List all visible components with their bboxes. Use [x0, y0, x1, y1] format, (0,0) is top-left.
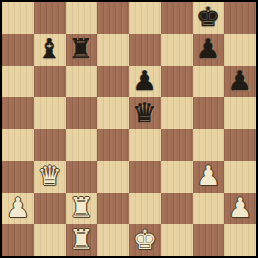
square-d8[interactable]	[97, 2, 129, 34]
square-h8[interactable]	[224, 2, 256, 34]
square-h5[interactable]	[224, 97, 256, 129]
black-bishop-piece[interactable]: ♝	[38, 35, 62, 62]
square-g6[interactable]	[193, 66, 225, 98]
square-c6[interactable]	[66, 66, 98, 98]
square-d1[interactable]	[97, 224, 129, 256]
square-d2[interactable]	[97, 193, 129, 225]
square-c4[interactable]	[66, 129, 98, 161]
square-f1[interactable]	[161, 224, 193, 256]
square-d4[interactable]	[97, 129, 129, 161]
square-h3[interactable]	[224, 161, 256, 193]
square-g4[interactable]	[193, 129, 225, 161]
square-a3[interactable]	[2, 161, 34, 193]
square-g8[interactable]: ♚	[193, 2, 225, 34]
square-h2[interactable]: ♟	[224, 193, 256, 225]
square-f7[interactable]	[161, 34, 193, 66]
square-f8[interactable]	[161, 2, 193, 34]
black-pawn-piece[interactable]: ♟	[133, 67, 157, 94]
square-c5[interactable]	[66, 97, 98, 129]
square-d5[interactable]	[97, 97, 129, 129]
square-c2[interactable]: ♜	[66, 193, 98, 225]
square-f4[interactable]	[161, 129, 193, 161]
chess-board: ♚♝♜♟♟♟♛♛♟♟♜♟♜♚	[0, 0, 258, 258]
square-f2[interactable]	[161, 193, 193, 225]
white-pawn-piece[interactable]: ♟	[6, 194, 30, 221]
square-d6[interactable]	[97, 66, 129, 98]
white-pawn-piece[interactable]: ♟	[228, 194, 252, 221]
square-c1[interactable]: ♜	[66, 224, 98, 256]
square-e4[interactable]	[129, 129, 161, 161]
square-e1[interactable]: ♚	[129, 224, 161, 256]
square-h1[interactable]	[224, 224, 256, 256]
white-rook-piece[interactable]: ♜	[69, 194, 93, 221]
square-b5[interactable]	[34, 97, 66, 129]
square-g3[interactable]: ♟	[193, 161, 225, 193]
square-f6[interactable]	[161, 66, 193, 98]
square-a5[interactable]	[2, 97, 34, 129]
square-f3[interactable]	[161, 161, 193, 193]
square-g5[interactable]	[193, 97, 225, 129]
square-h6[interactable]: ♟	[224, 66, 256, 98]
square-e3[interactable]	[129, 161, 161, 193]
white-queen-piece[interactable]: ♛	[38, 162, 62, 189]
square-e7[interactable]	[129, 34, 161, 66]
square-a6[interactable]	[2, 66, 34, 98]
square-d3[interactable]	[97, 161, 129, 193]
square-a1[interactable]	[2, 224, 34, 256]
square-e2[interactable]	[129, 193, 161, 225]
white-rook-piece[interactable]: ♜	[69, 226, 93, 253]
square-b6[interactable]	[34, 66, 66, 98]
square-b3[interactable]: ♛	[34, 161, 66, 193]
square-c3[interactable]	[66, 161, 98, 193]
black-king-piece[interactable]: ♚	[196, 3, 220, 30]
square-e5[interactable]: ♛	[129, 97, 161, 129]
black-queen-piece[interactable]: ♛	[133, 99, 157, 126]
square-c8[interactable]	[66, 2, 98, 34]
square-d7[interactable]	[97, 34, 129, 66]
black-rook-piece[interactable]: ♜	[69, 35, 93, 62]
square-h4[interactable]	[224, 129, 256, 161]
square-b1[interactable]	[34, 224, 66, 256]
square-a8[interactable]	[2, 2, 34, 34]
white-king-piece[interactable]: ♚	[133, 226, 157, 253]
square-b8[interactable]	[34, 2, 66, 34]
square-a4[interactable]	[2, 129, 34, 161]
white-pawn-piece[interactable]: ♟	[196, 162, 220, 189]
square-b2[interactable]	[34, 193, 66, 225]
square-f5[interactable]	[161, 97, 193, 129]
square-h7[interactable]	[224, 34, 256, 66]
square-a7[interactable]	[2, 34, 34, 66]
square-g1[interactable]	[193, 224, 225, 256]
black-pawn-piece[interactable]: ♟	[228, 67, 252, 94]
square-e8[interactable]	[129, 2, 161, 34]
square-g2[interactable]	[193, 193, 225, 225]
square-g7[interactable]: ♟	[193, 34, 225, 66]
square-b7[interactable]: ♝	[34, 34, 66, 66]
square-b4[interactable]	[34, 129, 66, 161]
square-a2[interactable]: ♟	[2, 193, 34, 225]
square-e6[interactable]: ♟	[129, 66, 161, 98]
square-c7[interactable]: ♜	[66, 34, 98, 66]
black-pawn-piece[interactable]: ♟	[196, 35, 220, 62]
